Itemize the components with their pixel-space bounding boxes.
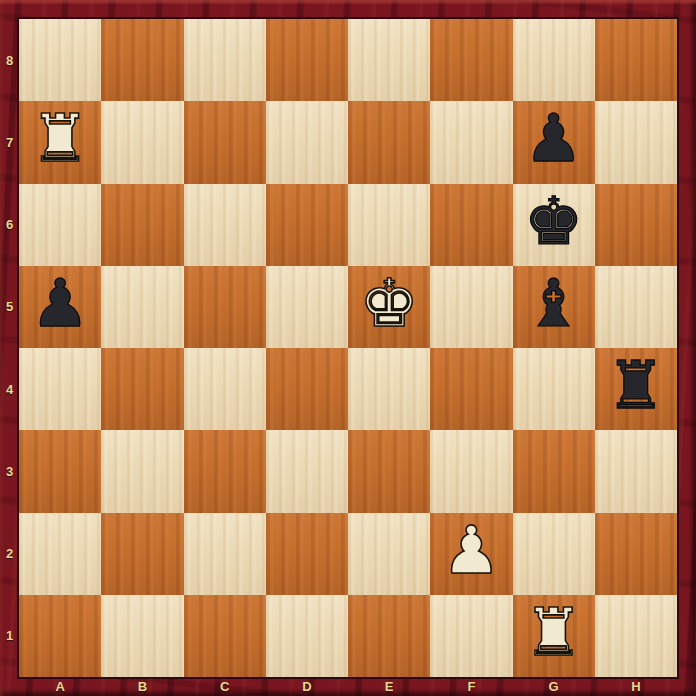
square-a6[interactable]	[19, 184, 101, 266]
white-king-e5[interactable]: ♚	[360, 271, 419, 337]
black-rook-h4[interactable]: ♜	[606, 353, 665, 419]
square-a8[interactable]	[19, 19, 101, 101]
square-c7[interactable]	[184, 101, 266, 183]
rank-label-8: 8	[0, 19, 19, 101]
square-a2[interactable]	[19, 513, 101, 595]
chess-board[interactable]: ♜♟♚♟♚♝♜♟♜	[19, 19, 677, 677]
square-g5[interactable]: ♝	[513, 266, 595, 348]
square-b1[interactable]	[101, 595, 183, 677]
square-d7[interactable]	[266, 101, 348, 183]
square-h4[interactable]: ♜	[595, 348, 677, 430]
square-g4[interactable]	[513, 348, 595, 430]
file-labels: ABCDEFGH	[19, 677, 677, 696]
square-e1[interactable]	[348, 595, 430, 677]
square-a7[interactable]: ♜	[19, 101, 101, 183]
square-c4[interactable]	[184, 348, 266, 430]
black-pawn-g7[interactable]: ♟	[524, 106, 583, 172]
square-g1[interactable]: ♜	[513, 595, 595, 677]
square-g2[interactable]	[513, 513, 595, 595]
square-c8[interactable]	[184, 19, 266, 101]
square-a3[interactable]	[19, 430, 101, 512]
square-h5[interactable]	[595, 266, 677, 348]
square-b4[interactable]	[101, 348, 183, 430]
square-h1[interactable]	[595, 595, 677, 677]
white-rook-g1[interactable]: ♜	[524, 600, 583, 666]
square-d4[interactable]	[266, 348, 348, 430]
rank-label-2: 2	[0, 513, 19, 595]
square-e5[interactable]: ♚	[348, 266, 430, 348]
square-e2[interactable]	[348, 513, 430, 595]
rank-label-5: 5	[0, 266, 19, 348]
file-label-b: B	[101, 677, 183, 696]
square-e7[interactable]	[348, 101, 430, 183]
square-b8[interactable]	[101, 19, 183, 101]
square-c1[interactable]	[184, 595, 266, 677]
rank-label-6: 6	[0, 184, 19, 266]
square-d8[interactable]	[266, 19, 348, 101]
square-f2[interactable]: ♟	[430, 513, 512, 595]
square-h2[interactable]	[595, 513, 677, 595]
square-f7[interactable]	[430, 101, 512, 183]
square-a5[interactable]: ♟	[19, 266, 101, 348]
square-f6[interactable]	[430, 184, 512, 266]
square-h3[interactable]	[595, 430, 677, 512]
square-a4[interactable]	[19, 348, 101, 430]
file-label-f: F	[430, 677, 512, 696]
square-b5[interactable]	[101, 266, 183, 348]
black-bishop-g5[interactable]: ♝	[524, 271, 583, 337]
square-d1[interactable]	[266, 595, 348, 677]
file-label-d: D	[266, 677, 348, 696]
file-label-e: E	[348, 677, 430, 696]
black-pawn-a5[interactable]: ♟	[31, 271, 90, 337]
square-f3[interactable]	[430, 430, 512, 512]
square-g8[interactable]	[513, 19, 595, 101]
black-king-g6[interactable]: ♚	[524, 189, 583, 255]
square-c6[interactable]	[184, 184, 266, 266]
square-c5[interactable]	[184, 266, 266, 348]
square-b7[interactable]	[101, 101, 183, 183]
file-label-c: C	[184, 677, 266, 696]
square-f8[interactable]	[430, 19, 512, 101]
square-e3[interactable]	[348, 430, 430, 512]
rank-label-3: 3	[0, 430, 19, 512]
square-f4[interactable]	[430, 348, 512, 430]
square-c2[interactable]	[184, 513, 266, 595]
square-c3[interactable]	[184, 430, 266, 512]
square-d6[interactable]	[266, 184, 348, 266]
square-h6[interactable]	[595, 184, 677, 266]
square-d5[interactable]	[266, 266, 348, 348]
rank-label-4: 4	[0, 348, 19, 430]
square-b3[interactable]	[101, 430, 183, 512]
white-rook-a7[interactable]: ♜	[31, 106, 90, 172]
rank-labels: 87654321	[0, 19, 19, 677]
chess-board-frame: 87654321 ♜♟♚♟♚♝♜♟♜ ABCDEFGH	[0, 0, 696, 696]
square-f5[interactable]	[430, 266, 512, 348]
square-g7[interactable]: ♟	[513, 101, 595, 183]
square-d3[interactable]	[266, 430, 348, 512]
square-b6[interactable]	[101, 184, 183, 266]
file-label-g: G	[513, 677, 595, 696]
square-b2[interactable]	[101, 513, 183, 595]
square-g3[interactable]	[513, 430, 595, 512]
square-d2[interactable]	[266, 513, 348, 595]
square-e4[interactable]	[348, 348, 430, 430]
square-e8[interactable]	[348, 19, 430, 101]
file-label-h: H	[595, 677, 677, 696]
square-h8[interactable]	[595, 19, 677, 101]
square-a1[interactable]	[19, 595, 101, 677]
rank-label-7: 7	[0, 101, 19, 183]
white-pawn-f2[interactable]: ♟	[442, 518, 501, 584]
square-e6[interactable]	[348, 184, 430, 266]
file-label-a: A	[19, 677, 101, 696]
square-h7[interactable]	[595, 101, 677, 183]
rank-label-1: 1	[0, 595, 19, 677]
square-f1[interactable]	[430, 595, 512, 677]
square-g6[interactable]: ♚	[513, 184, 595, 266]
